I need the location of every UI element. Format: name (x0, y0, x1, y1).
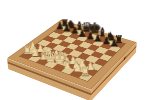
chess-set-photo: ♜♞♝♛♚♝♞♜♟♟♟♟♟♟♟♟♟♟♟♟♟♟♟♟♜♞♝♛♚♝♞♜ (0, 0, 150, 100)
scene: ♜♞♝♛♚♝♞♜♟♟♟♟♟♟♟♟♟♟♟♟♟♟♟♟♜♞♝♛♚♝♞♜ (0, 0, 150, 100)
black-pawn-h7: ♟ (104, 39, 126, 49)
box-clasp (124, 57, 125, 60)
chess-box: ♜♞♝♛♚♝♞♜♟♟♟♟♟♟♟♟♟♟♟♟♟♟♟♟♜♞♝♛♚♝♞♜ (7, 20, 137, 90)
white-rook-h1: ♜ (73, 65, 97, 77)
